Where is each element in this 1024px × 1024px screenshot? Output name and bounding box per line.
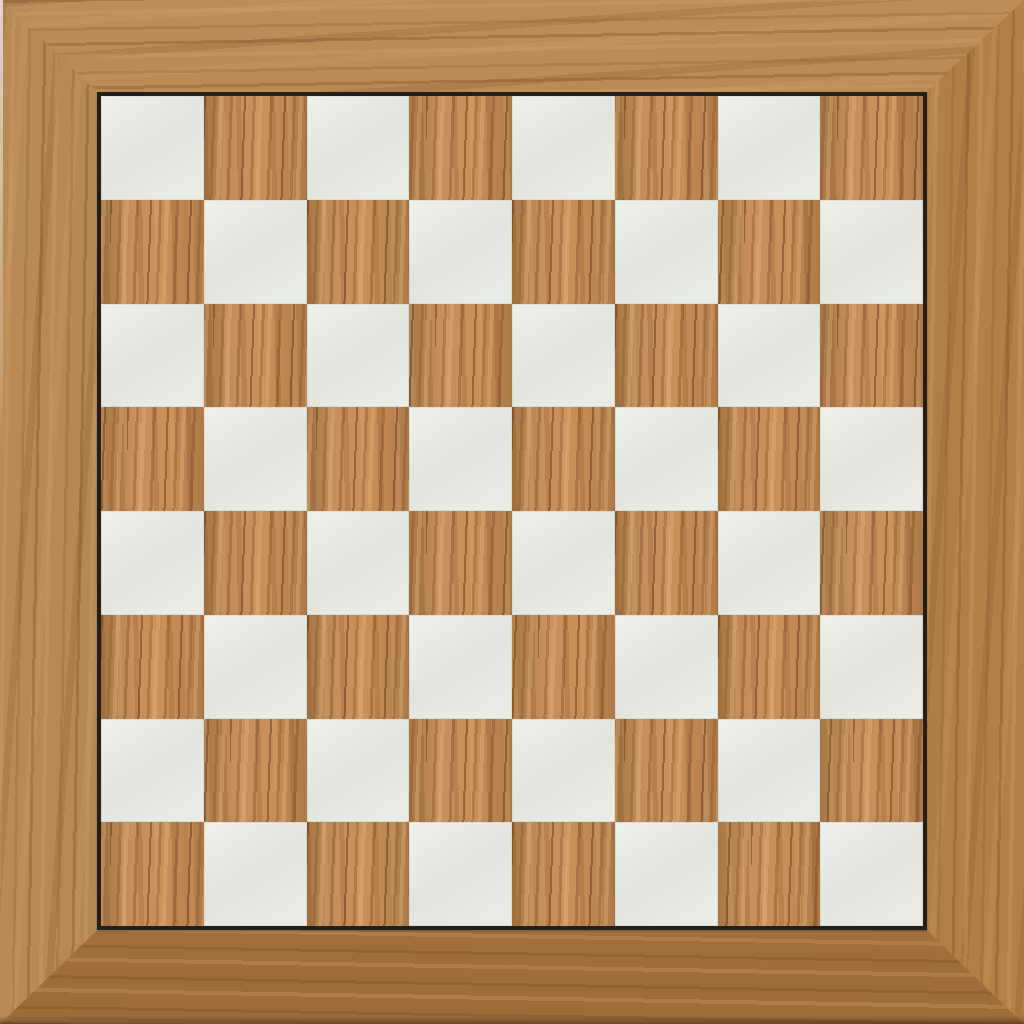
square-e4[interactable] xyxy=(512,511,615,615)
square-f6[interactable] xyxy=(615,304,718,408)
square-h8[interactable] xyxy=(820,96,923,200)
square-a6[interactable] xyxy=(101,304,204,408)
square-f7[interactable] xyxy=(615,200,718,304)
square-h4[interactable] xyxy=(820,511,923,615)
square-f4[interactable] xyxy=(615,511,718,615)
square-f8[interactable] xyxy=(615,96,718,200)
square-c7[interactable] xyxy=(307,200,410,304)
square-d8[interactable] xyxy=(409,96,512,200)
square-b3[interactable] xyxy=(204,615,307,719)
chess-board xyxy=(101,96,923,926)
square-c4[interactable] xyxy=(307,511,410,615)
square-b8[interactable] xyxy=(204,96,307,200)
square-b5[interactable] xyxy=(204,407,307,511)
square-g8[interactable] xyxy=(718,96,821,200)
square-a2[interactable] xyxy=(101,719,204,823)
square-h2[interactable] xyxy=(820,719,923,823)
square-f5[interactable] xyxy=(615,407,718,511)
square-f3[interactable] xyxy=(615,615,718,719)
square-g7[interactable] xyxy=(718,200,821,304)
square-f2[interactable] xyxy=(615,719,718,823)
square-a1[interactable] xyxy=(101,822,204,926)
square-e6[interactable] xyxy=(512,304,615,408)
square-e5[interactable] xyxy=(512,407,615,511)
square-a3[interactable] xyxy=(101,615,204,719)
square-e2[interactable] xyxy=(512,719,615,823)
square-b2[interactable] xyxy=(204,719,307,823)
square-e8[interactable] xyxy=(512,96,615,200)
square-a8[interactable] xyxy=(101,96,204,200)
square-c6[interactable] xyxy=(307,304,410,408)
square-d1[interactable] xyxy=(409,822,512,926)
square-h5[interactable] xyxy=(820,407,923,511)
square-g5[interactable] xyxy=(718,407,821,511)
square-e1[interactable] xyxy=(512,822,615,926)
square-b7[interactable] xyxy=(204,200,307,304)
square-h3[interactable] xyxy=(820,615,923,719)
square-d5[interactable] xyxy=(409,407,512,511)
chess-board-photo xyxy=(0,0,1024,1024)
square-g3[interactable] xyxy=(718,615,821,719)
square-c2[interactable] xyxy=(307,719,410,823)
square-c5[interactable] xyxy=(307,407,410,511)
square-h6[interactable] xyxy=(820,304,923,408)
square-d4[interactable] xyxy=(409,511,512,615)
square-d3[interactable] xyxy=(409,615,512,719)
square-g2[interactable] xyxy=(718,719,821,823)
square-a4[interactable] xyxy=(101,511,204,615)
square-b4[interactable] xyxy=(204,511,307,615)
square-g1[interactable] xyxy=(718,822,821,926)
square-d7[interactable] xyxy=(409,200,512,304)
square-g4[interactable] xyxy=(718,511,821,615)
square-g6[interactable] xyxy=(718,304,821,408)
square-e7[interactable] xyxy=(512,200,615,304)
square-b1[interactable] xyxy=(204,822,307,926)
square-b6[interactable] xyxy=(204,304,307,408)
square-d2[interactable] xyxy=(409,719,512,823)
square-h1[interactable] xyxy=(820,822,923,926)
square-e3[interactable] xyxy=(512,615,615,719)
square-h7[interactable] xyxy=(820,200,923,304)
square-d6[interactable] xyxy=(409,304,512,408)
square-c8[interactable] xyxy=(307,96,410,200)
square-a5[interactable] xyxy=(101,407,204,511)
square-c1[interactable] xyxy=(307,822,410,926)
square-c3[interactable] xyxy=(307,615,410,719)
board-inner-border xyxy=(97,92,927,930)
square-f1[interactable] xyxy=(615,822,718,926)
square-a7[interactable] xyxy=(101,200,204,304)
